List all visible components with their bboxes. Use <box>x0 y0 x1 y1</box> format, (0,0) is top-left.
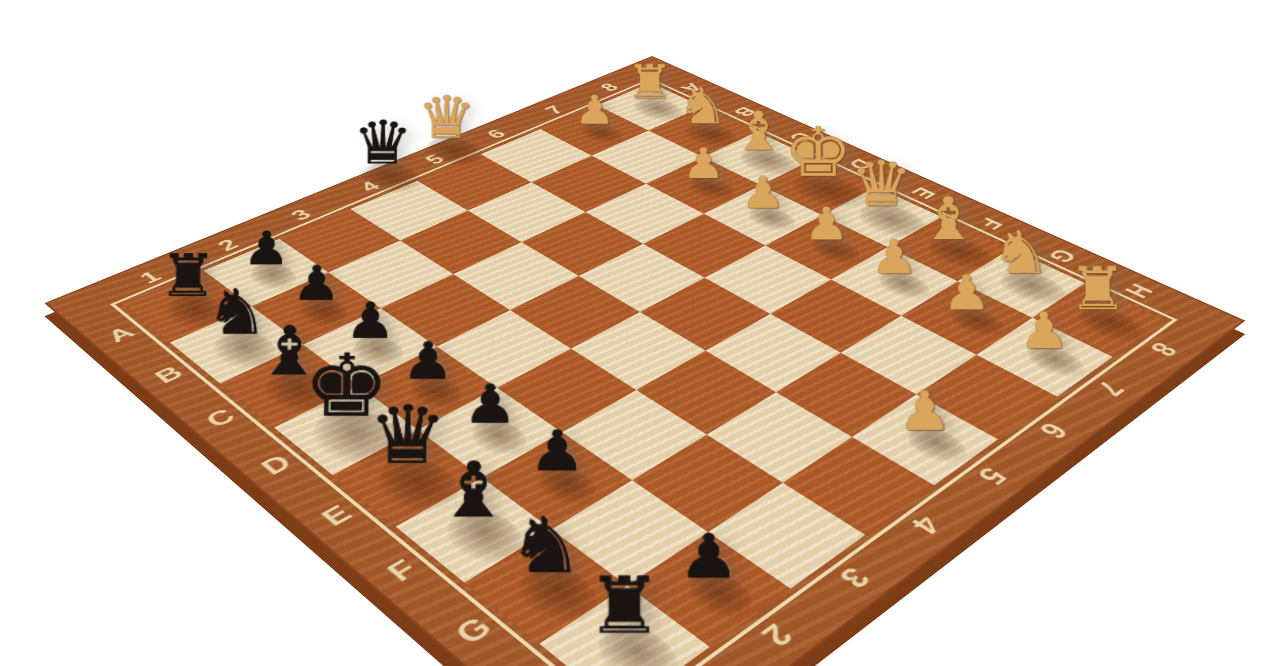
extra-white-queen-a5[interactable]: ♛ <box>413 89 479 147</box>
black-pawn-h2[interactable]: ♟ <box>675 526 743 588</box>
white-rook-a8[interactable]: ♜ <box>623 59 676 106</box>
white-knight-g8[interactable]: ♞ <box>987 223 1055 282</box>
chess-board: AA11BB22CC33DD44EE55FF66GG77HH88♜♟♞♛♝♛♟♚… <box>48 57 1243 666</box>
white-knight-b8[interactable]: ♞ <box>674 81 731 131</box>
white-pawn-e7[interactable]: ♟ <box>801 201 852 246</box>
white-bishop-f8[interactable]: ♝ <box>915 189 982 248</box>
white-pawn-h5[interactable]: ♟ <box>894 384 955 438</box>
product-photo-chess-set: { "game": "chess", "scene_title": "Woode… <box>0 0 1280 666</box>
white-pawn-a7[interactable]: ♟ <box>572 90 617 130</box>
black-knight-g1[interactable]: ♞ <box>503 507 589 584</box>
white-pawn-f7[interactable]: ♟ <box>867 233 920 280</box>
extra-black-queen-a4[interactable]: ♛ <box>349 113 418 173</box>
white-pawn-c7[interactable]: ♟ <box>679 142 727 184</box>
black-pawn-f2[interactable]: ♟ <box>526 423 589 479</box>
white-pawn-d7[interactable]: ♟ <box>738 171 788 215</box>
black-pawn-a2[interactable]: ♟ <box>240 225 293 272</box>
black-pawn-e2[interactable]: ♟ <box>460 377 521 431</box>
white-pawn-g7[interactable]: ♟ <box>939 268 994 317</box>
white-pawn-h7[interactable]: ♟ <box>1015 305 1072 356</box>
black-pawn-d2[interactable]: ♟ <box>399 335 458 387</box>
white-queen-e8[interactable]: ♛ <box>846 153 918 216</box>
white-rook-h8[interactable]: ♜ <box>1064 259 1132 318</box>
black-pawn-b2[interactable]: ♟ <box>289 259 344 307</box>
black-rook-h1[interactable]: ♜ <box>581 567 667 645</box>
